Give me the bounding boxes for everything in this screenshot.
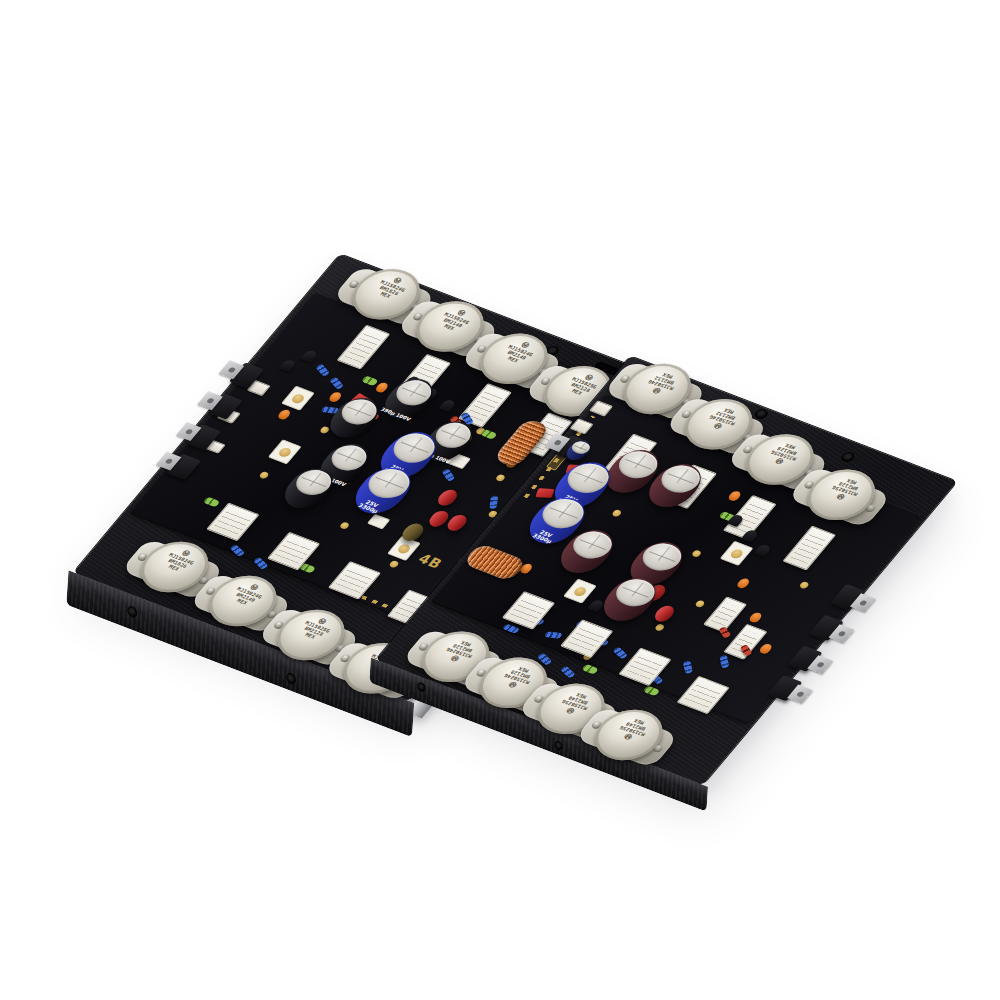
to3-label: Ⓜ MJ15024GBM2140MEX bbox=[216, 576, 280, 613]
product-photo-scene: 4B A bbox=[0, 0, 1000, 1000]
to220-tab bbox=[176, 422, 202, 441]
to3-label: Ⓜ MJ15025GBM2128MEX bbox=[284, 610, 348, 647]
to220-tab bbox=[829, 624, 855, 643]
to3-label: Ⓜ MJ15024GBM2140MEX bbox=[423, 302, 487, 339]
mount-hole bbox=[554, 740, 562, 752]
mount-hole bbox=[127, 605, 137, 619]
to3-label: Ⓜ MJ15025GBM2128MEX bbox=[753, 436, 818, 471]
to3-label: Ⓜ MJ15024GBM1826MEX bbox=[148, 542, 212, 579]
mount-hole bbox=[417, 681, 425, 693]
to3-label: Ⓜ MJ15024GBM2140MEX bbox=[487, 334, 551, 371]
to220-tab bbox=[219, 360, 245, 379]
mount-hole bbox=[286, 672, 296, 686]
to3-label: Ⓜ MJ15024GBM2132MEX bbox=[630, 365, 695, 400]
to3-label: Ⓜ MJ15024GBM2132MEX bbox=[691, 401, 756, 436]
to3-label: Ⓜ MJ15025GBM2140MEX bbox=[601, 711, 666, 746]
to220-tab bbox=[807, 655, 833, 674]
mount-hole bbox=[839, 451, 857, 464]
to3-label: Ⓜ MJ15024GBM1826MEX bbox=[359, 269, 423, 306]
to3-label: Ⓜ MJ15025GBM2128MEX bbox=[814, 471, 879, 506]
to220-tab bbox=[787, 685, 813, 704]
to220-tab bbox=[850, 593, 876, 612]
to220-tab bbox=[197, 391, 223, 410]
